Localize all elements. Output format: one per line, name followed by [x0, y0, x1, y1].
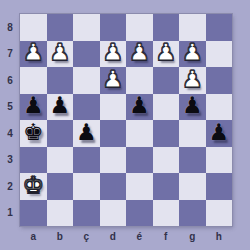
- square-c4[interactable]: ♟: [73, 120, 100, 147]
- square-a8[interactable]: [20, 14, 47, 41]
- square-d3[interactable]: [100, 147, 127, 174]
- file-label-d: d: [100, 227, 127, 245]
- square-e3[interactable]: [126, 147, 153, 174]
- square-a5[interactable]: ♟: [20, 94, 47, 121]
- square-e2[interactable]: [126, 173, 153, 200]
- square-f3[interactable]: [153, 147, 180, 174]
- piece-black-king[interactable]: ♚: [23, 121, 44, 144]
- square-h8[interactable]: [206, 14, 233, 41]
- square-d2[interactable]: [100, 173, 127, 200]
- piece-black-pawn[interactable]: ♟: [23, 94, 44, 117]
- square-g1[interactable]: [179, 200, 206, 227]
- square-b5[interactable]: ♟: [47, 94, 74, 121]
- square-g5[interactable]: ♟: [179, 94, 206, 121]
- file-label-a: a: [20, 227, 47, 245]
- square-d7[interactable]: ♟: [100, 41, 127, 68]
- piece-black-pawn[interactable]: ♟: [208, 121, 229, 144]
- square-f5[interactable]: [153, 94, 180, 121]
- piece-black-pawn[interactable]: ♟: [76, 121, 97, 144]
- square-c1[interactable]: [73, 200, 100, 227]
- square-b3[interactable]: [47, 147, 74, 174]
- square-g3[interactable]: [179, 147, 206, 174]
- square-h2[interactable]: [206, 173, 233, 200]
- piece-white-pawn[interactable]: ♟: [182, 68, 203, 91]
- square-a3[interactable]: [20, 147, 47, 174]
- file-label-g: g: [179, 227, 206, 245]
- rank-label-8: 8: [0, 14, 20, 41]
- square-h7[interactable]: [206, 41, 233, 68]
- square-d8[interactable]: [100, 14, 127, 41]
- square-g8[interactable]: [179, 14, 206, 41]
- square-a1[interactable]: [20, 200, 47, 227]
- square-b1[interactable]: [47, 200, 74, 227]
- square-e7[interactable]: ♟: [126, 41, 153, 68]
- square-f8[interactable]: [153, 14, 180, 41]
- square-b8[interactable]: [47, 14, 74, 41]
- piece-white-pawn[interactable]: ♟: [102, 68, 123, 91]
- file-labels: a b ç d é f g h: [20, 227, 232, 245]
- piece-white-pawn[interactable]: ♟: [155, 41, 176, 64]
- rank-label-2: 2: [0, 173, 20, 200]
- piece-white-pawn[interactable]: ♟: [182, 41, 203, 64]
- square-b2[interactable]: [47, 173, 74, 200]
- square-h5[interactable]: [206, 94, 233, 121]
- chess-board: ♟♟♟♟♟♟♟♟♟♟♟♟♚♟♟♚: [20, 14, 232, 226]
- rank-label-7: 7: [0, 41, 20, 68]
- square-h6[interactable]: [206, 67, 233, 94]
- square-c3[interactable]: [73, 147, 100, 174]
- chess-app-window: 8 7 6 5 4 3 2 1 ♟♟♟♟♟♟♟♟♟♟♟♟♚♟♟♚ a b ç d…: [0, 0, 250, 250]
- square-b4[interactable]: [47, 120, 74, 147]
- piece-white-pawn[interactable]: ♟: [129, 41, 150, 64]
- file-label-f: f: [153, 227, 180, 245]
- square-e5[interactable]: ♟: [126, 94, 153, 121]
- square-a6[interactable]: [20, 67, 47, 94]
- square-d6[interactable]: ♟: [100, 67, 127, 94]
- piece-black-pawn[interactable]: ♟: [49, 94, 70, 117]
- square-c5[interactable]: [73, 94, 100, 121]
- square-h3[interactable]: [206, 147, 233, 174]
- square-a2[interactable]: ♚: [20, 173, 47, 200]
- square-d5[interactable]: [100, 94, 127, 121]
- rank-label-1: 1: [0, 200, 20, 227]
- square-b7[interactable]: ♟: [47, 41, 74, 68]
- piece-white-king[interactable]: ♚: [23, 174, 44, 197]
- file-label-h: h: [206, 227, 233, 245]
- square-e4[interactable]: [126, 120, 153, 147]
- piece-black-pawn[interactable]: ♟: [182, 94, 203, 117]
- square-f4[interactable]: [153, 120, 180, 147]
- square-f7[interactable]: ♟: [153, 41, 180, 68]
- square-c6[interactable]: [73, 67, 100, 94]
- square-g2[interactable]: [179, 173, 206, 200]
- square-d4[interactable]: [100, 120, 127, 147]
- rank-label-5: 5: [0, 94, 20, 121]
- square-f1[interactable]: [153, 200, 180, 227]
- square-h1[interactable]: [206, 200, 233, 227]
- square-b6[interactable]: [47, 67, 74, 94]
- square-d1[interactable]: [100, 200, 127, 227]
- file-label-c: ç: [73, 227, 100, 245]
- square-g4[interactable]: [179, 120, 206, 147]
- square-f2[interactable]: [153, 173, 180, 200]
- rank-label-6: 6: [0, 67, 20, 94]
- rank-label-3: 3: [0, 147, 20, 174]
- square-f6[interactable]: [153, 67, 180, 94]
- piece-black-pawn[interactable]: ♟: [129, 94, 150, 117]
- piece-white-pawn[interactable]: ♟: [23, 41, 44, 64]
- rank-labels: 8 7 6 5 4 3 2 1: [0, 14, 20, 226]
- square-e8[interactable]: [126, 14, 153, 41]
- piece-white-pawn[interactable]: ♟: [102, 41, 123, 64]
- file-label-e: é: [126, 227, 153, 245]
- square-a7[interactable]: ♟: [20, 41, 47, 68]
- square-g6[interactable]: ♟: [179, 67, 206, 94]
- square-e1[interactable]: [126, 200, 153, 227]
- file-label-b: b: [47, 227, 74, 245]
- square-c8[interactable]: [73, 14, 100, 41]
- square-c2[interactable]: [73, 173, 100, 200]
- square-g7[interactable]: ♟: [179, 41, 206, 68]
- square-c7[interactable]: [73, 41, 100, 68]
- piece-white-pawn[interactable]: ♟: [49, 41, 70, 64]
- square-a4[interactable]: ♚: [20, 120, 47, 147]
- square-e6[interactable]: [126, 67, 153, 94]
- rank-label-4: 4: [0, 120, 20, 147]
- square-h4[interactable]: ♟: [206, 120, 233, 147]
